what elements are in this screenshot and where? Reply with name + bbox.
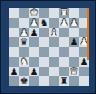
black-queen: ♛ xyxy=(20,37,29,46)
square-g4[interactable] xyxy=(69,47,79,57)
white-pawn: ♟ xyxy=(70,18,79,27)
white-pawn: ♟ xyxy=(30,18,39,27)
square-d4[interactable] xyxy=(39,47,49,57)
square-b4[interactable] xyxy=(19,47,29,57)
square-c4[interactable] xyxy=(29,47,39,57)
white-pawn: ♟ xyxy=(60,18,69,27)
square-c8[interactable]: ♚ xyxy=(29,8,39,18)
square-g7[interactable]: ♟ xyxy=(69,18,79,28)
square-e7[interactable] xyxy=(49,18,59,28)
white-rook: ♜ xyxy=(60,8,69,17)
square-a7[interactable] xyxy=(9,18,19,28)
square-g6[interactable] xyxy=(69,28,79,38)
square-d7[interactable]: ♞ xyxy=(39,18,49,28)
square-b1[interactable]: ♚ xyxy=(19,76,29,86)
white-king: ♚ xyxy=(30,8,39,17)
white-bishop: ♝ xyxy=(50,28,59,37)
white-knight: ♞ xyxy=(20,57,29,66)
square-f3[interactable] xyxy=(59,57,69,67)
black-knight: ♞ xyxy=(40,18,49,27)
square-g1[interactable] xyxy=(69,76,79,86)
square-c5[interactable] xyxy=(29,37,39,47)
square-g5[interactable]: ♟ xyxy=(69,37,79,47)
black-king: ♚ xyxy=(20,76,29,85)
square-a4[interactable] xyxy=(9,47,19,57)
square-e5[interactable] xyxy=(49,37,59,47)
black-pawn: ♟ xyxy=(30,67,39,76)
square-f2[interactable] xyxy=(59,67,69,77)
square-a6[interactable] xyxy=(9,28,19,38)
square-f7[interactable]: ♟ xyxy=(59,18,69,28)
black-rook: ♜ xyxy=(60,76,69,85)
square-b8[interactable] xyxy=(19,8,29,18)
square-d3[interactable] xyxy=(39,57,49,67)
square-e1[interactable] xyxy=(49,76,59,86)
black-pawn: ♟ xyxy=(10,67,19,76)
square-c6[interactable]: ♟ xyxy=(29,28,39,38)
square-d6[interactable] xyxy=(39,28,49,38)
square-a1[interactable] xyxy=(9,76,19,86)
square-d2[interactable] xyxy=(39,67,49,77)
square-b3[interactable]: ♞ xyxy=(19,57,29,67)
square-f8[interactable]: ♜ xyxy=(59,8,69,18)
square-b5[interactable]: ♛ xyxy=(19,37,29,47)
white-pawn: ♟ xyxy=(20,28,29,37)
square-g2[interactable]: ♛ xyxy=(69,67,79,77)
square-c3[interactable] xyxy=(29,57,39,67)
white-queen: ♛ xyxy=(70,67,79,76)
square-b2[interactable] xyxy=(19,67,29,77)
square-c2[interactable]: ♟ xyxy=(29,67,39,77)
square-d1[interactable] xyxy=(39,76,49,86)
chess-board-frame: ♚♜♟♞♟♟♟♟♝♛♟♟♞♟♟♟♛♚♜ xyxy=(0,0,96,94)
black-pawn: ♟ xyxy=(30,28,39,37)
square-f1[interactable]: ♜ xyxy=(59,76,69,86)
square-d8[interactable] xyxy=(39,8,49,18)
square-f5[interactable] xyxy=(59,37,69,47)
square-e8[interactable] xyxy=(49,8,59,18)
square-g8[interactable] xyxy=(69,8,79,18)
square-a2[interactable]: ♟ xyxy=(9,67,19,77)
right-edge-accent xyxy=(87,8,89,60)
square-h2[interactable] xyxy=(79,67,89,77)
square-b6[interactable]: ♟ xyxy=(19,28,29,38)
black-pawn: ♟ xyxy=(70,37,79,46)
square-d5[interactable] xyxy=(39,37,49,47)
square-a5[interactable] xyxy=(9,37,19,47)
square-a8[interactable] xyxy=(9,8,19,18)
square-c1[interactable] xyxy=(29,76,39,86)
square-f6[interactable] xyxy=(59,28,69,38)
square-e3[interactable] xyxy=(49,57,59,67)
square-e4[interactable] xyxy=(49,47,59,57)
square-g3[interactable] xyxy=(69,57,79,67)
square-e2[interactable] xyxy=(49,67,59,77)
square-c7[interactable]: ♟ xyxy=(29,18,39,28)
square-h1[interactable] xyxy=(79,76,89,86)
chess-board: ♚♜♟♞♟♟♟♟♝♛♟♟♞♟♟♟♛♚♜ xyxy=(9,8,89,86)
square-f4[interactable] xyxy=(59,47,69,57)
square-b7[interactable] xyxy=(19,18,29,28)
square-e6[interactable]: ♝ xyxy=(49,28,59,38)
square-a3[interactable] xyxy=(9,57,19,67)
